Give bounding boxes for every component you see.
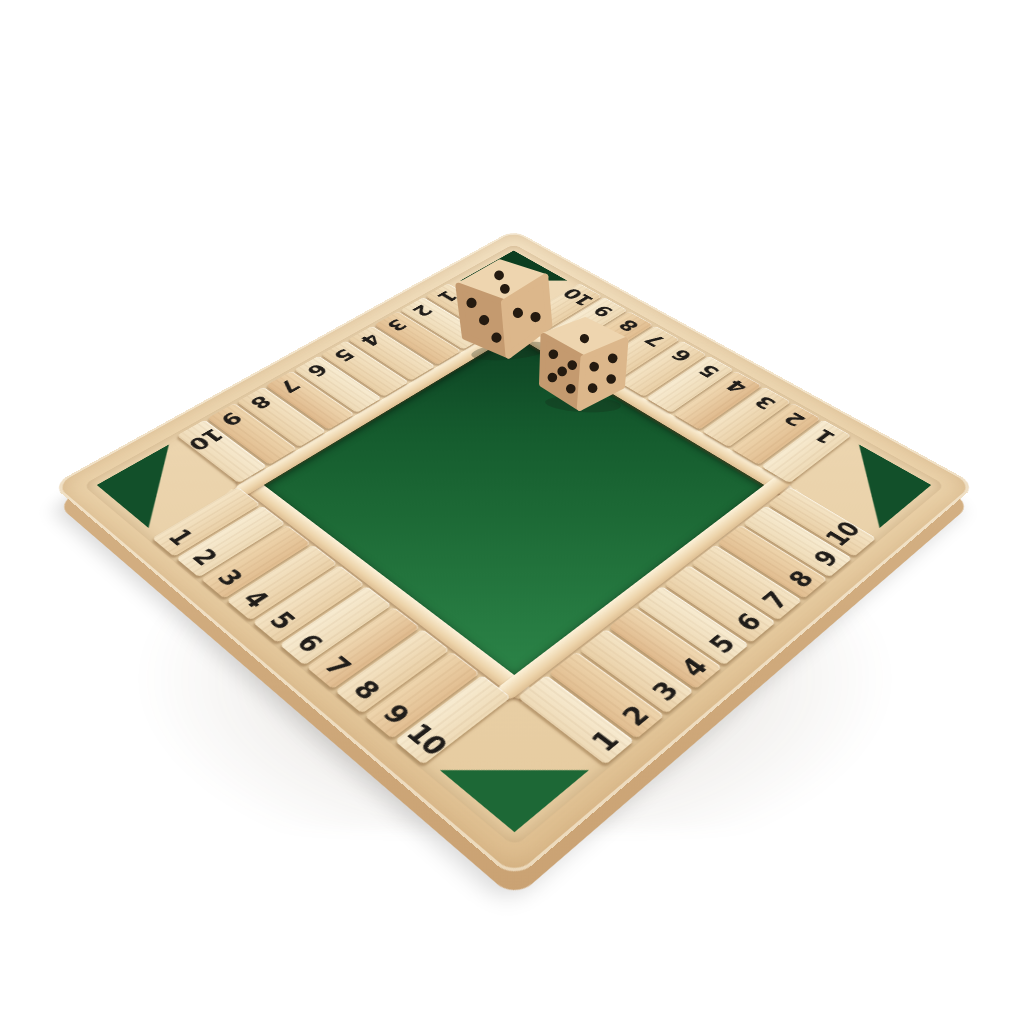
- tile-number: 7: [275, 377, 303, 395]
- tile-number: 5: [330, 346, 357, 363]
- tile-number: 3: [647, 678, 682, 705]
- tile-number: 7: [758, 588, 792, 612]
- tile-number: 8: [246, 393, 274, 411]
- tile-number: 9: [809, 547, 842, 570]
- shut-the-box-photo: 12345678910 10987654321 12345678910 1098…: [0, 0, 1024, 1024]
- scene: 12345678910 10987654321 12345678910 1098…: [0, 0, 1024, 1024]
- tile-number: 2: [409, 302, 436, 318]
- tile-number: 1: [586, 727, 622, 755]
- tile-number: 6: [732, 610, 766, 635]
- tile-number: 10: [185, 426, 227, 453]
- tile-number: 8: [784, 568, 817, 591]
- tile-number: 5: [704, 632, 739, 657]
- die-2[interactable]: [530, 313, 635, 418]
- tile-number: 9: [217, 409, 245, 428]
- tile-number: 4: [676, 655, 711, 681]
- tile-number: 3: [383, 316, 410, 332]
- tile-number: 4: [357, 331, 384, 348]
- tile-number: 6: [303, 361, 331, 378]
- tile-number: 2: [617, 702, 653, 730]
